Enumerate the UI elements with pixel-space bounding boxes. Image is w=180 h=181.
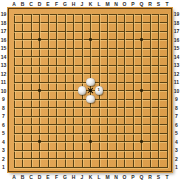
row-label-right: 8: [173, 104, 180, 112]
row-label-left: 4: [0, 138, 7, 146]
column-label-top: C: [29, 0, 33, 8]
row-label-left: 2: [0, 155, 7, 163]
column-label-bottom: G: [63, 173, 67, 181]
row-label-left: 9: [0, 95, 7, 103]
grid-line-vertical: [150, 14, 151, 168]
row-label-right: 12: [173, 70, 180, 78]
column-label-bottom: E: [46, 173, 49, 181]
white-stone[interactable]: [78, 86, 86, 94]
row-label-left: 19: [0, 10, 7, 18]
grid-line-horizontal: [14, 167, 168, 168]
white-stone[interactable]: 1: [95, 86, 103, 94]
row-label-left: 17: [0, 27, 7, 35]
column-label-top: D: [38, 0, 42, 8]
star-point: [38, 38, 41, 41]
white-stone[interactable]: [86, 95, 94, 103]
column-label-top: H: [72, 0, 76, 8]
grid-line-vertical: [116, 14, 117, 168]
column-label-top: J: [81, 0, 84, 8]
grid-line-vertical: [107, 14, 108, 168]
star-point: [140, 140, 143, 143]
column-label-bottom: A: [12, 173, 16, 181]
grid-line-horizontal: [14, 133, 168, 134]
row-label-right: 1: [173, 163, 180, 171]
row-label-right: 7: [173, 112, 180, 120]
row-label-left: 6: [0, 121, 7, 129]
row-label-right: 9: [173, 95, 180, 103]
column-label-bottom: F: [55, 173, 58, 181]
column-label-top: N: [114, 0, 118, 8]
column-label-bottom: J: [81, 173, 84, 181]
row-label-left: 15: [0, 44, 7, 52]
goban[interactable]: 1: [8, 8, 172, 172]
row-label-left: 14: [0, 53, 7, 61]
column-label-bottom: B: [21, 173, 25, 181]
row-label-right: 19: [173, 10, 180, 18]
star-point: [38, 89, 41, 92]
row-label-left: 13: [0, 61, 7, 69]
column-label-bottom: H: [72, 173, 76, 181]
star-point: [89, 38, 92, 41]
grid-line-vertical: [124, 14, 125, 168]
row-label-right: 10: [173, 87, 180, 95]
star-point: [89, 140, 92, 143]
column-label-top: T: [165, 0, 168, 8]
column-label-top: B: [21, 0, 25, 8]
grid-line-horizontal: [14, 124, 168, 125]
row-label-left: 11: [0, 78, 7, 86]
row-label-left: 3: [0, 146, 7, 154]
column-label-bottom: P: [131, 173, 134, 181]
x-marker: [88, 88, 94, 94]
row-label-left: 10: [0, 87, 7, 95]
grid-line-horizontal: [14, 116, 168, 117]
white-stone[interactable]: [86, 78, 94, 86]
column-label-top: S: [157, 0, 160, 8]
row-label-left: 5: [0, 129, 7, 137]
row-label-right: 4: [173, 138, 180, 146]
column-label-bottom: N: [114, 173, 118, 181]
column-label-bottom: T: [165, 173, 168, 181]
column-label-top: G: [63, 0, 67, 8]
row-label-right: 13: [173, 61, 180, 69]
column-label-top: E: [46, 0, 49, 8]
row-label-left: 1: [0, 163, 7, 171]
column-label-top: F: [55, 0, 58, 8]
column-label-top: A: [12, 0, 16, 8]
star-point: [140, 38, 143, 41]
column-label-bottom: R: [148, 173, 152, 181]
row-label-left: 7: [0, 112, 7, 120]
row-label-left: 18: [0, 19, 7, 27]
column-label-top: O: [123, 0, 127, 8]
grid-line-vertical: [158, 14, 159, 168]
go-diagram-page: AABBCCDDEEFFGGHHJJKKLLMMNNOOPPQQRRSSTT19…: [0, 0, 180, 180]
column-label-bottom: D: [38, 173, 42, 181]
grid-line-vertical: [167, 14, 168, 168]
grid-line-horizontal: [14, 158, 168, 159]
column-label-bottom: O: [123, 173, 127, 181]
grid-line-vertical: [133, 14, 134, 168]
column-label-bottom: C: [29, 173, 33, 181]
grid-line-horizontal: [14, 150, 168, 151]
row-label-right: 15: [173, 44, 180, 52]
grid-line-horizontal: [14, 107, 168, 108]
column-label-top: Q: [140, 0, 144, 8]
stone-move-number: 1: [98, 88, 100, 92]
row-label-right: 11: [173, 78, 180, 86]
row-label-right: 17: [173, 27, 180, 35]
column-label-bottom: M: [105, 173, 109, 181]
row-label-left: 12: [0, 70, 7, 78]
row-label-right: 16: [173, 36, 180, 44]
row-label-right: 6: [173, 121, 180, 129]
row-label-right: 5: [173, 129, 180, 137]
column-label-bottom: K: [89, 173, 93, 181]
row-label-right: 18: [173, 19, 180, 27]
column-label-top: K: [89, 0, 93, 8]
row-label-right: 14: [173, 53, 180, 61]
column-label-bottom: S: [157, 173, 160, 181]
column-label-top: L: [97, 0, 100, 8]
star-point: [38, 140, 41, 143]
row-label-left: 16: [0, 36, 7, 44]
column-label-top: M: [105, 0, 109, 8]
column-label-top: P: [131, 0, 134, 8]
column-label-bottom: Q: [140, 173, 144, 181]
row-label-left: 8: [0, 104, 7, 112]
star-point: [140, 89, 143, 92]
column-label-bottom: L: [97, 173, 100, 181]
row-label-right: 2: [173, 155, 180, 163]
row-label-right: 3: [173, 146, 180, 154]
column-label-top: R: [148, 0, 152, 8]
